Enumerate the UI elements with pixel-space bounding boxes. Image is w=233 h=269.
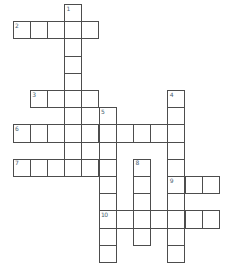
cell-r7c5[interactable]: [99, 124, 117, 142]
clue-number-1: 1: [67, 6, 70, 12]
clue-number-2: 2: [15, 23, 18, 29]
cell-r6c9[interactable]: [167, 107, 185, 125]
cell-r9c2[interactable]: [47, 159, 65, 177]
clue-number-3: 3: [32, 92, 35, 98]
cell-r10c7[interactable]: [133, 176, 151, 194]
cell-r7c9[interactable]: [167, 124, 185, 142]
cell-r5c3[interactable]: [64, 90, 82, 108]
clue-number-7: 7: [15, 160, 18, 166]
clue-number-8: 8: [135, 160, 138, 166]
cell-r12c6[interactable]: [116, 210, 134, 228]
cell-r7c6[interactable]: [116, 124, 134, 142]
cell-r8c9[interactable]: [167, 142, 185, 160]
clue-number-9: 9: [170, 178, 173, 184]
cell-r14c5[interactable]: [99, 245, 117, 263]
cell-r7c7[interactable]: [133, 124, 151, 142]
cell-r2c3[interactable]: [64, 38, 82, 56]
cell-r10c9[interactable]: 9: [167, 176, 185, 194]
cell-r10c5[interactable]: [99, 176, 117, 194]
cell-r9c3[interactable]: [64, 159, 82, 177]
cell-r5c2[interactable]: [47, 90, 65, 108]
cell-r7c4[interactable]: [81, 124, 99, 142]
cell-r7c1[interactable]: [30, 124, 48, 142]
cell-r10c11[interactable]: [202, 176, 220, 194]
cell-r12c9[interactable]: [167, 210, 185, 228]
clue-number-10: 10: [101, 212, 108, 218]
cell-r11c9[interactable]: [167, 193, 185, 211]
cell-r7c0[interactable]: 6: [13, 124, 31, 142]
cell-r11c5[interactable]: [99, 193, 117, 211]
crossword-board: 12345678910: [0, 0, 233, 269]
cell-r9c0[interactable]: 7: [13, 159, 31, 177]
cell-r7c2[interactable]: [47, 124, 65, 142]
cell-r0c3[interactable]: 1: [64, 4, 82, 22]
cell-r4c3[interactable]: [64, 73, 82, 91]
cell-r3c3[interactable]: [64, 56, 82, 74]
cell-r1c0[interactable]: 2: [13, 21, 31, 39]
clue-number-4: 4: [170, 92, 173, 98]
cell-r12c7[interactable]: [133, 210, 151, 228]
cell-r11c7[interactable]: [133, 193, 151, 211]
cell-r12c5[interactable]: 10: [99, 210, 117, 228]
cell-r5c4[interactable]: [81, 90, 99, 108]
cell-r9c7[interactable]: 8: [133, 159, 151, 177]
cell-r9c4[interactable]: [81, 159, 99, 177]
cell-r5c9[interactable]: 4: [167, 90, 185, 108]
cell-r10c10[interactable]: [185, 176, 203, 194]
cell-r8c5[interactable]: [99, 142, 117, 160]
cell-r9c5[interactable]: [99, 159, 117, 177]
cell-r1c2[interactable]: [47, 21, 65, 39]
clue-number-6: 6: [15, 126, 18, 132]
crossword-page: 12345678910: [0, 0, 233, 269]
clue-number-5: 5: [101, 109, 104, 115]
cell-r12c8[interactable]: [150, 210, 168, 228]
cell-r5c1[interactable]: 3: [30, 90, 48, 108]
cell-r13c5[interactable]: [99, 228, 117, 246]
cell-r1c1[interactable]: [30, 21, 48, 39]
cell-r9c1[interactable]: [30, 159, 48, 177]
cell-r7c3[interactable]: [64, 124, 82, 142]
cell-r14c9[interactable]: [167, 245, 185, 263]
cell-r6c3[interactable]: [64, 107, 82, 125]
cell-r12c11[interactable]: [202, 210, 220, 228]
cell-r1c3[interactable]: [64, 21, 82, 39]
cell-r6c5[interactable]: 5: [99, 107, 117, 125]
cell-r13c9[interactable]: [167, 228, 185, 246]
cell-r13c7[interactable]: [133, 228, 151, 246]
cell-r12c10[interactable]: [185, 210, 203, 228]
cell-r1c4[interactable]: [81, 21, 99, 39]
cell-r7c8[interactable]: [150, 124, 168, 142]
cell-r8c3[interactable]: [64, 142, 82, 160]
cell-r9c9[interactable]: [167, 159, 185, 177]
